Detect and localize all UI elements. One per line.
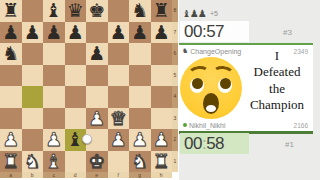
square-f4[interactable]	[108, 86, 130, 108]
square-f2[interactable]: ♟	[108, 129, 130, 151]
white-pawn: ♟	[108, 129, 130, 151]
file-label-h: h	[151, 172, 173, 178]
square-e3[interactable]: ♟	[86, 108, 108, 130]
square-a7[interactable]: ♟	[0, 22, 22, 44]
square-a5[interactable]	[0, 65, 22, 87]
emoji-left-eye	[190, 78, 204, 93]
square-d6[interactable]	[65, 43, 87, 65]
black-queen: ♛	[65, 0, 87, 22]
square-d5[interactable]	[65, 65, 87, 87]
black-pawn: ♟	[65, 22, 87, 44]
online-indicator-icon	[183, 123, 187, 127]
square-a1[interactable]: ♜	[0, 151, 22, 173]
square-d7[interactable]: ♟	[65, 22, 87, 44]
rank-label-2: 2	[172, 129, 178, 151]
top-player-rank: #3	[283, 28, 292, 37]
square-e4[interactable]	[86, 86, 108, 108]
white-bishop: ♝	[43, 151, 65, 173]
emoji-right-eye	[218, 78, 232, 93]
astonished-face-emoji	[180, 57, 242, 119]
square-c7[interactable]: ♟	[43, 22, 65, 44]
square-h3[interactable]	[151, 108, 173, 130]
square-b2[interactable]	[22, 129, 44, 151]
square-c2[interactable]: ♟	[43, 129, 65, 151]
square-d3[interactable]	[65, 108, 87, 130]
white-rook: ♜	[0, 151, 22, 173]
square-b8[interactable]	[22, 0, 44, 22]
black-king: ♚	[86, 0, 108, 22]
file-coordinates: abcdefgh	[0, 172, 172, 178]
black-pawn: ♟	[86, 43, 108, 65]
rank-label-6: 6	[172, 43, 178, 65]
caption-line-3: the	[241, 81, 313, 98]
square-e6[interactable]: ♟	[86, 43, 108, 65]
square-h7[interactable]: ♟	[151, 22, 173, 44]
square-f6[interactable]	[108, 43, 130, 65]
white-knight: ♞	[22, 151, 44, 173]
caption-line-1: I	[241, 48, 313, 65]
square-e5[interactable]	[86, 65, 108, 87]
black-pawn: ♟	[151, 22, 173, 44]
white-rook: ♜	[151, 151, 173, 173]
bottom-player-rank: #1	[285, 140, 294, 149]
square-g1[interactable]: ♞	[129, 151, 151, 173]
white-knight: ♞	[129, 151, 151, 173]
black-pawn: ♟	[129, 22, 151, 44]
white-pawn: ♟	[86, 108, 108, 130]
emoji-mouth	[203, 93, 219, 114]
square-c4[interactable]	[43, 86, 65, 108]
black-pawn: ♟	[43, 22, 65, 44]
square-f7[interactable]: ♟	[108, 22, 130, 44]
player-title-icon: ♞	[182, 47, 188, 55]
square-b4[interactable]	[22, 86, 44, 108]
file-label-b: b	[22, 172, 44, 178]
captured-pieces-tray: ♝♟♟ +5	[182, 7, 218, 20]
rank-label-7: 7	[172, 22, 178, 44]
square-g6[interactable]	[129, 43, 151, 65]
square-a8[interactable]: ♜	[0, 0, 22, 22]
bottom-player-name[interactable]: Nikhil_Nikhi	[189, 122, 226, 129]
file-label-c: c	[43, 172, 65, 178]
square-h2[interactable]: ♟	[151, 129, 173, 151]
square-b5[interactable]	[22, 65, 44, 87]
file-label-d: d	[65, 172, 87, 178]
black-knight: ♞	[129, 0, 151, 22]
square-g4[interactable]	[129, 86, 151, 108]
black-pawn: ♟	[22, 22, 44, 44]
square-f3[interactable]: ♛	[108, 108, 130, 130]
square-g7[interactable]: ♟	[129, 22, 151, 44]
file-label-e: e	[86, 172, 108, 178]
square-h4[interactable]	[151, 86, 173, 108]
square-c3[interactable]	[43, 108, 65, 130]
square-c6[interactable]	[43, 43, 65, 65]
bottom-player-rating: 2166	[294, 122, 308, 129]
rank-label-8: 8	[172, 0, 178, 22]
file-label-g: g	[129, 172, 151, 178]
white-pawn: ♟	[129, 129, 151, 151]
square-g8[interactable]: ♞	[129, 0, 151, 22]
square-g3[interactable]	[129, 108, 151, 130]
square-f8[interactable]	[108, 0, 130, 22]
black-bishop: ♝	[43, 0, 65, 22]
square-h8[interactable]: ♜	[151, 0, 173, 22]
thumbnail-caption: I Defeated the Champion	[241, 48, 313, 114]
square-d4[interactable]	[65, 86, 87, 108]
board-squares: ♜♝♛♚♞♜♟♟♟♟♟♟♟♞♟♟♛♟♟♝♟♟♟♜♞♝♚♞♜	[0, 0, 172, 172]
black-rook: ♜	[0, 0, 22, 22]
file-label-f: f	[108, 172, 130, 178]
square-b6[interactable]	[22, 43, 44, 65]
square-g5[interactable]	[129, 65, 151, 87]
square-g2[interactable]: ♟	[129, 129, 151, 151]
square-e1[interactable]: ♚	[86, 151, 108, 173]
black-rook: ♜	[151, 0, 173, 22]
rank-label-5: 5	[172, 65, 178, 87]
square-f1[interactable]	[108, 151, 130, 173]
square-e2[interactable]	[86, 129, 108, 151]
move-dot-marker	[82, 134, 92, 144]
white-pawn: ♟	[151, 129, 173, 151]
square-e7[interactable]	[86, 22, 108, 44]
top-player-name[interactable]: ChangeOpening	[190, 48, 241, 55]
square-b1[interactable]: ♞	[22, 151, 44, 173]
game-side-panel: ♝♟♟ +5 00:57 #3 ♞ ChangeOpening 2349 I D…	[179, 0, 320, 180]
captured-piece-icons: ♝♟♟	[182, 8, 206, 20]
square-h6[interactable]	[151, 43, 173, 65]
game-card: ♞ ChangeOpening 2349 I Defeated the Cham…	[179, 45, 313, 131]
material-advantage: +5	[210, 10, 218, 17]
rank-label-3: 3	[172, 108, 178, 130]
square-h1[interactable]: ♜	[151, 151, 173, 173]
rank-coordinates: 87654321	[172, 0, 178, 172]
rank-label-1: 1	[172, 151, 178, 173]
white-pawn: ♟	[0, 129, 22, 151]
square-c8[interactable]: ♝	[43, 0, 65, 22]
file-label-a: a	[0, 172, 22, 178]
square-b7[interactable]: ♟	[22, 22, 44, 44]
black-knight: ♞	[0, 43, 22, 65]
square-a6[interactable]: ♞	[0, 43, 22, 65]
bottom-player-row[interactable]: Nikhil_Nikhi 2166	[179, 120, 313, 131]
square-d1[interactable]	[65, 151, 87, 173]
square-a2[interactable]: ♟	[0, 129, 22, 151]
rank-label-4: 4	[172, 86, 178, 108]
bottom-player-clock: 00:58	[180, 133, 249, 154]
square-c5[interactable]	[43, 65, 65, 87]
black-pawn: ♟	[0, 22, 22, 44]
square-h5[interactable]	[151, 65, 173, 87]
white-king: ♚	[86, 151, 108, 173]
square-e8[interactable]: ♚	[86, 0, 108, 22]
caption-line-4: Champion	[241, 97, 313, 114]
white-queen: ♛	[108, 108, 130, 130]
square-f5[interactable]	[108, 65, 130, 87]
black-pawn: ♟	[108, 22, 130, 44]
chess-board: ♜♝♛♚♞♜♟♟♟♟♟♟♟♞♟♟♛♟♟♝♟♟♟♜♞♝♚♞♜ 87654321 a…	[0, 0, 178, 178]
square-d8[interactable]: ♛	[65, 0, 87, 22]
square-c1[interactable]: ♝	[43, 151, 65, 173]
square-b3[interactable]	[22, 108, 44, 130]
top-player-clock: 00:57	[180, 21, 249, 42]
white-pawn: ♟	[43, 129, 65, 151]
square-a4[interactable]	[0, 86, 22, 108]
square-a3[interactable]	[0, 108, 22, 130]
caption-line-2: Defeated	[241, 64, 313, 81]
